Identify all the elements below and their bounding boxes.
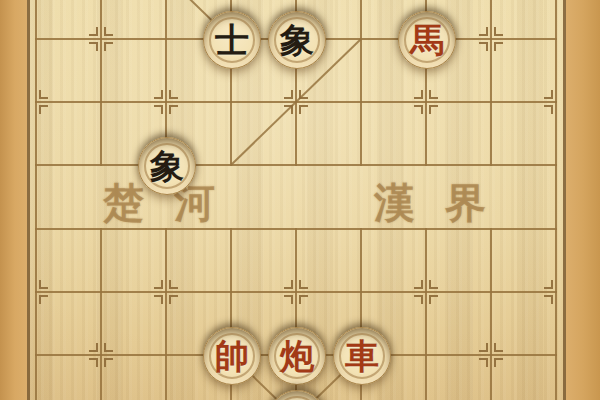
position-marker [284,280,293,289]
position-marker [544,105,553,114]
piece-red-general[interactable]: 帥 [203,327,261,385]
board-right-edge [566,0,600,400]
grid-line-file-2-bottom [165,228,167,400]
position-marker [104,27,113,36]
piece-black-elephant[interactable]: 象 [138,137,196,195]
piece-glyph: 仕 [280,391,314,400]
position-marker [154,295,163,304]
xiangqi-board: 楚河 漢界 士象馬象帥炮車仕 [0,0,600,400]
piece-red-cannon[interactable]: 炮 [268,327,326,385]
piece-glyph: 馬 [410,12,444,68]
position-marker [89,27,98,36]
position-marker [544,90,553,99]
position-marker [104,358,113,367]
position-marker [494,358,503,367]
position-marker [154,105,163,114]
grid-line-file-7-top [490,0,492,166]
position-marker [429,295,438,304]
position-marker [89,343,98,352]
grid-line-file-8 [555,0,557,400]
position-marker [479,27,488,36]
piece-glyph: 象 [150,138,184,194]
position-marker [284,295,293,304]
position-marker [169,90,178,99]
position-marker [89,42,98,51]
grid-line-file-1-top [100,0,102,166]
position-marker [169,295,178,304]
grid-line-file-5-top [360,0,362,166]
position-marker [479,358,488,367]
position-marker [104,343,113,352]
position-marker [414,105,423,114]
piece-red-chariot[interactable]: 車 [333,327,391,385]
piece-glyph: 士 [215,12,249,68]
position-marker [284,90,293,99]
position-marker [494,42,503,51]
piece-red-horse[interactable]: 馬 [398,11,456,69]
position-marker [494,27,503,36]
piece-glyph: 炮 [280,328,314,384]
position-marker [169,280,178,289]
position-marker [414,280,423,289]
piece-black-advisor[interactable]: 士 [203,11,261,69]
board-outer-border-right [563,0,566,400]
piece-black-elephant[interactable]: 象 [268,11,326,69]
position-marker [429,90,438,99]
piece-glyph: 帥 [215,328,249,384]
position-marker [299,105,308,114]
position-marker [104,42,113,51]
position-marker [479,42,488,51]
position-marker [544,295,553,304]
position-marker [479,343,488,352]
position-marker [414,295,423,304]
position-marker [154,90,163,99]
position-marker [169,105,178,114]
position-marker [299,295,308,304]
river-label-right: 漢界 [374,176,516,231]
position-marker [429,105,438,114]
position-marker [284,105,293,114]
grid-line-file-0 [35,0,37,400]
board-outer-border-left [27,0,30,400]
position-marker [544,280,553,289]
board-left-edge [0,0,27,400]
position-marker [299,90,308,99]
grid-line-file-1-bottom [100,228,102,400]
position-marker [39,105,48,114]
position-marker [39,280,48,289]
grid-line-file-7-bottom [490,228,492,400]
position-marker [39,295,48,304]
position-marker [414,90,423,99]
position-marker [429,280,438,289]
position-marker [494,343,503,352]
position-marker [39,90,48,99]
piece-glyph: 車 [345,328,379,384]
position-marker [154,280,163,289]
position-marker [299,280,308,289]
grid-line-file-6-bottom [425,228,427,400]
piece-glyph: 象 [280,12,314,68]
position-marker [89,358,98,367]
